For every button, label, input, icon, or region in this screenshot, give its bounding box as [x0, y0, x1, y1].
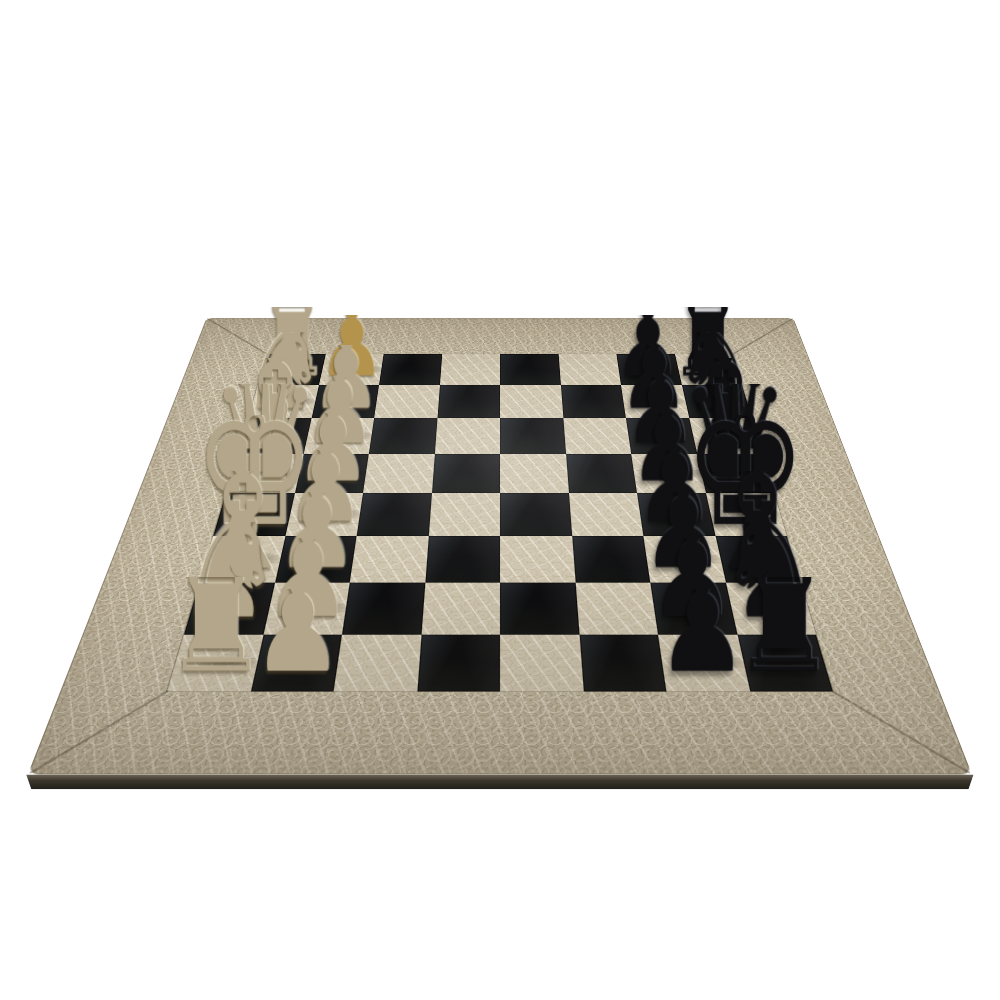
square-e6[interactable]: [569, 493, 644, 536]
square-f6[interactable]: [572, 536, 651, 583]
square-h6[interactable]: [579, 634, 666, 691]
square-c6[interactable]: [563, 418, 631, 454]
square-c5[interactable]: [500, 418, 566, 454]
chess-board: ♜♞♝♛♚♝♞♜♟♟♟♟♟♟♟♟♟♟♟♟♟♟♟♟♜♞♝♛♚♝♞♜: [28, 318, 973, 775]
square-a3[interactable]: [379, 354, 442, 385]
square-e3[interactable]: [357, 493, 432, 536]
square-b5[interactable]: [500, 385, 563, 418]
square-h3[interactable]: [334, 634, 421, 691]
miter-seam-bottom-right: [831, 691, 970, 774]
square-f5[interactable]: [500, 536, 575, 583]
square-f4[interactable]: [425, 536, 500, 583]
square-a5[interactable]: [500, 354, 560, 385]
square-c4[interactable]: [434, 418, 500, 454]
square-c3[interactable]: [369, 418, 437, 454]
square-b4[interactable]: [437, 385, 500, 418]
square-h5[interactable]: [500, 634, 583, 691]
square-e4[interactable]: [428, 493, 500, 536]
board-edge-side: [26, 775, 973, 790]
square-a4[interactable]: [440, 354, 500, 385]
square-h4[interactable]: [417, 634, 500, 691]
square-b6[interactable]: [560, 385, 625, 418]
miter-seam-bottom-left: [29, 691, 168, 774]
square-a6[interactable]: [558, 354, 621, 385]
square-b3[interactable]: [374, 385, 439, 418]
product-photo: ♜♞♝♛♚♝♞♜♟♟♟♟♟♟♟♟♟♟♟♟♟♟♟♟♜♞♝♛♚♝♞♜: [0, 0, 1000, 1000]
square-f3[interactable]: [350, 536, 429, 583]
square-e5[interactable]: [500, 493, 572, 536]
